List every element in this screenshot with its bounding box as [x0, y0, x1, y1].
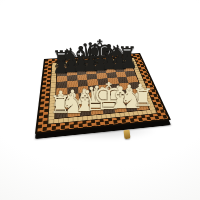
chess-board	[35, 53, 171, 134]
scene: ♜♞♝♛♚♝♞♜♟♟♟♟♟♟♟♟♟♟♟♟♟♟♟♟♜♞♝♛♚♝♞♜	[0, 0, 200, 200]
clasp-latch	[124, 130, 131, 140]
square-c1	[79, 107, 91, 116]
square-h1	[135, 102, 149, 111]
square-b1	[67, 108, 79, 117]
square-a1	[55, 109, 67, 118]
